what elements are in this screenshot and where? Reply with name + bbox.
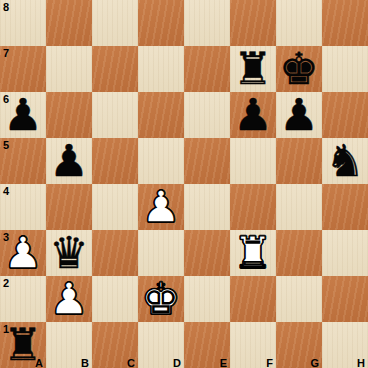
square-b7[interactable] — [46, 46, 92, 92]
square-b8[interactable] — [46, 0, 92, 46]
square-h1[interactable]: H — [322, 322, 368, 368]
square-g4[interactable] — [276, 184, 322, 230]
square-g3[interactable] — [276, 230, 322, 276]
square-d7[interactable] — [138, 46, 184, 92]
square-a5[interactable]: 5 — [0, 138, 46, 184]
square-c2[interactable] — [92, 276, 138, 322]
square-e2[interactable] — [184, 276, 230, 322]
file-label-h: H — [357, 357, 365, 368]
rank-label-7: 7 — [3, 47, 9, 59]
square-g5[interactable] — [276, 138, 322, 184]
square-b6[interactable] — [46, 92, 92, 138]
black-pawn[interactable]: ♟ — [0, 92, 46, 138]
square-h2[interactable] — [322, 276, 368, 322]
black-rook[interactable]: ♜ — [0, 322, 46, 368]
square-f1[interactable]: F — [230, 322, 276, 368]
square-e7[interactable] — [184, 46, 230, 92]
square-h3[interactable] — [322, 230, 368, 276]
square-g6[interactable]: ♟ — [276, 92, 322, 138]
rank-label-8: 8 — [3, 1, 9, 13]
square-h4[interactable] — [322, 184, 368, 230]
square-a1[interactable]: 1A♜ — [0, 322, 46, 368]
square-h7[interactable] — [322, 46, 368, 92]
square-f4[interactable] — [230, 184, 276, 230]
white-pawn[interactable]: ♟ — [138, 184, 184, 230]
square-c7[interactable] — [92, 46, 138, 92]
square-e4[interactable] — [184, 184, 230, 230]
black-queen[interactable]: ♛ — [46, 230, 92, 276]
square-b3[interactable]: ♛ — [46, 230, 92, 276]
file-label-b: B — [81, 357, 89, 368]
square-c4[interactable] — [92, 184, 138, 230]
square-b5[interactable]: ♟ — [46, 138, 92, 184]
white-pawn[interactable]: ♟ — [46, 276, 92, 322]
square-d4[interactable]: ♟ — [138, 184, 184, 230]
square-e1[interactable]: E — [184, 322, 230, 368]
square-b4[interactable] — [46, 184, 92, 230]
file-label-f: F — [266, 357, 273, 368]
square-f8[interactable] — [230, 0, 276, 46]
square-f2[interactable] — [230, 276, 276, 322]
rank-label-4: 4 — [3, 185, 9, 197]
square-c3[interactable] — [92, 230, 138, 276]
file-label-e: E — [220, 357, 227, 368]
black-pawn[interactable]: ♟ — [230, 92, 276, 138]
square-d6[interactable] — [138, 92, 184, 138]
square-a8[interactable]: 8 — [0, 0, 46, 46]
square-e6[interactable] — [184, 92, 230, 138]
white-rook[interactable]: ♜ — [230, 230, 276, 276]
square-d5[interactable] — [138, 138, 184, 184]
square-h8[interactable] — [322, 0, 368, 46]
square-c5[interactable] — [92, 138, 138, 184]
square-b2[interactable]: ♟ — [46, 276, 92, 322]
black-pawn[interactable]: ♟ — [46, 138, 92, 184]
square-f3[interactable]: ♜ — [230, 230, 276, 276]
file-label-g: G — [310, 357, 319, 368]
rank-label-5: 5 — [3, 139, 9, 151]
file-label-c: C — [127, 357, 135, 368]
square-e3[interactable] — [184, 230, 230, 276]
square-a7[interactable]: 7 — [0, 46, 46, 92]
rank-label-2: 2 — [3, 277, 9, 289]
square-d1[interactable]: D — [138, 322, 184, 368]
square-d8[interactable] — [138, 0, 184, 46]
black-rook[interactable]: ♜ — [230, 46, 276, 92]
square-e8[interactable] — [184, 0, 230, 46]
square-a3[interactable]: 3♟ — [0, 230, 46, 276]
square-f7[interactable]: ♜ — [230, 46, 276, 92]
square-c1[interactable]: C — [92, 322, 138, 368]
square-f6[interactable]: ♟ — [230, 92, 276, 138]
square-h5[interactable]: ♞ — [322, 138, 368, 184]
square-h6[interactable] — [322, 92, 368, 138]
square-a4[interactable]: 4 — [0, 184, 46, 230]
chess-board: 87♜♚6♟♟♟5♟♞4♟3♟♛♜2♟♚1A♜BCDEFGH — [0, 0, 368, 368]
square-a6[interactable]: 6♟ — [0, 92, 46, 138]
black-king[interactable]: ♚ — [276, 46, 322, 92]
square-g1[interactable]: G — [276, 322, 322, 368]
square-f5[interactable] — [230, 138, 276, 184]
white-pawn[interactable]: ♟ — [0, 230, 46, 276]
square-g7[interactable]: ♚ — [276, 46, 322, 92]
black-pawn[interactable]: ♟ — [276, 92, 322, 138]
square-a2[interactable]: 2 — [0, 276, 46, 322]
square-g2[interactable] — [276, 276, 322, 322]
square-d2[interactable]: ♚ — [138, 276, 184, 322]
file-label-d: D — [173, 357, 181, 368]
square-g8[interactable] — [276, 0, 322, 46]
square-b1[interactable]: B — [46, 322, 92, 368]
square-c8[interactable] — [92, 0, 138, 46]
square-d3[interactable] — [138, 230, 184, 276]
black-knight[interactable]: ♞ — [322, 138, 368, 184]
square-c6[interactable] — [92, 92, 138, 138]
square-e5[interactable] — [184, 138, 230, 184]
white-king[interactable]: ♚ — [138, 276, 184, 322]
